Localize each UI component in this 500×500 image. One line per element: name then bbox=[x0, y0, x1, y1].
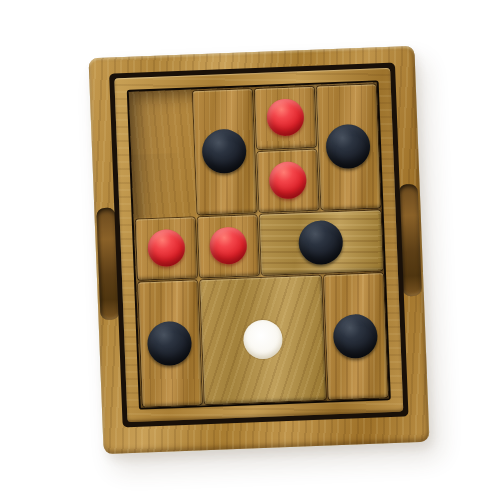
red-peg bbox=[266, 98, 304, 136]
black-peg bbox=[201, 129, 247, 175]
single-block-red-peg[interactable] bbox=[197, 215, 258, 277]
king-block-white-dot[interactable] bbox=[200, 276, 326, 404]
black-peg bbox=[298, 220, 344, 266]
red-peg bbox=[209, 227, 247, 265]
puzzle-field bbox=[129, 82, 389, 407]
puzzle-tray bbox=[89, 46, 430, 454]
empty-cell bbox=[131, 153, 195, 219]
single-block-red-peg[interactable] bbox=[257, 149, 318, 211]
tray-inner-shadow bbox=[109, 63, 408, 428]
white-dot bbox=[242, 319, 282, 359]
black-peg bbox=[333, 313, 379, 359]
red-peg bbox=[268, 161, 306, 199]
single-block-red-peg[interactable] bbox=[254, 86, 315, 148]
product-photo bbox=[0, 0, 500, 500]
black-peg bbox=[325, 124, 371, 170]
horizontal-block-black-peg[interactable] bbox=[259, 210, 382, 275]
vertical-block-black-peg[interactable] bbox=[192, 89, 256, 215]
empty-cell bbox=[129, 90, 193, 156]
vertical-block-black-peg[interactable] bbox=[324, 273, 388, 399]
inner-frame bbox=[114, 68, 403, 422]
single-block-red-peg[interactable] bbox=[135, 217, 196, 279]
vertical-block-black-peg[interactable] bbox=[138, 281, 202, 407]
board-well bbox=[127, 80, 391, 409]
vertical-block-black-peg[interactable] bbox=[316, 84, 380, 210]
red-peg bbox=[147, 229, 185, 267]
black-peg bbox=[147, 320, 193, 366]
